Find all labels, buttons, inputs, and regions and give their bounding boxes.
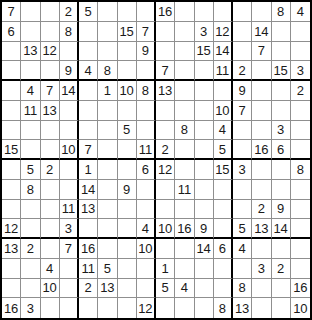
cell-r5c6[interactable]: 1 [98, 81, 117, 101]
cell-r12c9[interactable]: 10 [156, 219, 175, 239]
cell-r10c4[interactable] [60, 180, 79, 200]
cell-r12c8[interactable]: 4 [137, 219, 156, 239]
cell-r9c11[interactable] [195, 160, 214, 180]
cell-r7c10[interactable]: 8 [175, 121, 194, 141]
cell-r5c5[interactable] [79, 81, 98, 101]
cell-r9c6[interactable] [98, 160, 117, 180]
cell-r13c10[interactable] [175, 239, 194, 259]
cell-r10c8[interactable] [137, 180, 156, 200]
cell-r8c16[interactable] [291, 140, 310, 160]
cell-r5c9[interactable]: 13 [156, 81, 175, 101]
cell-r11c10[interactable] [175, 200, 194, 220]
cell-r3c15[interactable] [272, 42, 291, 62]
cell-r1c7[interactable] [118, 2, 137, 22]
cell-r11c8[interactable] [137, 200, 156, 220]
cell-r15c6[interactable]: 13 [98, 279, 117, 299]
cell-r3c13[interactable] [233, 42, 252, 62]
cell-r1c3[interactable] [41, 2, 60, 22]
cell-r10c14[interactable] [252, 180, 271, 200]
cell-r6c13[interactable]: 7 [233, 101, 252, 121]
cell-r3c10[interactable] [175, 42, 194, 62]
cell-r12c6[interactable] [98, 219, 117, 239]
cell-r6c16[interactable] [291, 101, 310, 121]
cell-r3c7[interactable] [118, 42, 137, 62]
cell-r4c3[interactable] [41, 61, 60, 81]
cell-r2c15[interactable] [272, 22, 291, 42]
cell-r13c13[interactable]: 4 [233, 239, 252, 259]
cell-r14c8[interactable] [137, 259, 156, 279]
cell-r5c15[interactable] [272, 81, 291, 101]
cell-r16c1[interactable]: 16 [2, 298, 21, 318]
cell-r14c9[interactable]: 1 [156, 259, 175, 279]
cell-r14c7[interactable] [118, 259, 137, 279]
cell-r6c2[interactable]: 11 [21, 101, 40, 121]
cell-r11c3[interactable] [41, 200, 60, 220]
cell-r1c12[interactable] [214, 2, 233, 22]
cell-r3c9[interactable] [156, 42, 175, 62]
cell-r5c16[interactable]: 2 [291, 81, 310, 101]
cell-r3c1[interactable] [2, 42, 21, 62]
cell-r4c11[interactable] [195, 61, 214, 81]
cell-r8c7[interactable] [118, 140, 137, 160]
cell-r6c7[interactable] [118, 101, 137, 121]
cell-r6c12[interactable]: 10 [214, 101, 233, 121]
cell-r6c3[interactable]: 13 [41, 101, 60, 121]
cell-r15c7[interactable] [118, 279, 137, 299]
cell-r1c13[interactable] [233, 2, 252, 22]
cell-r6c15[interactable] [272, 101, 291, 121]
cell-r10c7[interactable]: 9 [118, 180, 137, 200]
cell-r9c15[interactable] [272, 160, 291, 180]
cell-r10c9[interactable] [156, 180, 175, 200]
cell-r13c9[interactable] [156, 239, 175, 259]
cell-r1c11[interactable] [195, 2, 214, 22]
cell-r2c11[interactable]: 3 [195, 22, 214, 42]
cell-r11c5[interactable]: 13 [79, 200, 98, 220]
sudoku-board: 7251684681573121413129151479487112153471… [0, 0, 312, 320]
cell-r6c14[interactable] [252, 101, 271, 121]
cell-r10c16[interactable] [291, 180, 310, 200]
cell-r3c12[interactable]: 14 [214, 42, 233, 62]
cell-r7c7[interactable]: 5 [118, 121, 137, 141]
cell-r14c12[interactable] [214, 259, 233, 279]
cell-r4c9[interactable]: 7 [156, 61, 175, 81]
cell-r11c16[interactable] [291, 200, 310, 220]
cell-r7c9[interactable] [156, 121, 175, 141]
cell-r16c15[interactable] [272, 298, 291, 318]
cell-r14c2[interactable] [21, 259, 40, 279]
cell-r8c11[interactable] [195, 140, 214, 160]
cell-r12c1[interactable]: 12 [2, 219, 21, 239]
cell-r4c16[interactable]: 3 [291, 61, 310, 81]
cell-r1c4[interactable]: 2 [60, 2, 79, 22]
cell-r12c11[interactable]: 9 [195, 219, 214, 239]
cell-r3c11[interactable]: 15 [195, 42, 214, 62]
cell-r1c6[interactable] [98, 2, 117, 22]
cell-r10c12[interactable] [214, 180, 233, 200]
cell-r11c11[interactable] [195, 200, 214, 220]
cell-r7c6[interactable] [98, 121, 117, 141]
cell-r16c11[interactable] [195, 298, 214, 318]
cell-r15c8[interactable] [137, 279, 156, 299]
cell-r10c1[interactable] [2, 180, 21, 200]
cell-r16c12[interactable]: 8 [214, 298, 233, 318]
cell-r16c4[interactable] [60, 298, 79, 318]
cell-r11c12[interactable] [214, 200, 233, 220]
cell-r2c7[interactable]: 15 [118, 22, 137, 42]
cell-r7c4[interactable] [60, 121, 79, 141]
cell-r11c4[interactable]: 11 [60, 200, 79, 220]
cell-r8c1[interactable]: 15 [2, 140, 21, 160]
cell-r15c3[interactable]: 10 [41, 279, 60, 299]
cell-r4c2[interactable] [21, 61, 40, 81]
cell-r12c3[interactable] [41, 219, 60, 239]
cell-r16c16[interactable]: 10 [291, 298, 310, 318]
cell-r2c13[interactable] [233, 22, 252, 42]
cell-r13c8[interactable]: 10 [137, 239, 156, 259]
cell-r16c2[interactable]: 3 [21, 298, 40, 318]
cell-r12c14[interactable]: 13 [252, 219, 271, 239]
cell-r15c9[interactable]: 5 [156, 279, 175, 299]
cell-r13c5[interactable]: 16 [79, 239, 98, 259]
cell-r6c4[interactable] [60, 101, 79, 121]
cell-r4c4[interactable]: 9 [60, 61, 79, 81]
cell-r12c7[interactable] [118, 219, 137, 239]
cell-r12c15[interactable]: 14 [272, 219, 291, 239]
cell-r5c13[interactable]: 9 [233, 81, 252, 101]
cell-r9c13[interactable]: 3 [233, 160, 252, 180]
cell-r2c2[interactable] [21, 22, 40, 42]
cell-r10c2[interactable]: 8 [21, 180, 40, 200]
cell-r11c14[interactable]: 2 [252, 200, 271, 220]
cell-r10c11[interactable] [195, 180, 214, 200]
cell-r3c4[interactable] [60, 42, 79, 62]
cell-r12c12[interactable] [214, 219, 233, 239]
cell-r3c5[interactable] [79, 42, 98, 62]
cell-r13c2[interactable]: 2 [21, 239, 40, 259]
cell-r9c4[interactable] [60, 160, 79, 180]
cell-r5c4[interactable]: 14 [60, 81, 79, 101]
cell-r1c10[interactable] [175, 2, 194, 22]
cell-r1c1[interactable]: 7 [2, 2, 21, 22]
cell-r14c1[interactable] [2, 259, 21, 279]
cell-r5c12[interactable] [214, 81, 233, 101]
cell-r16c9[interactable] [156, 298, 175, 318]
cell-r13c12[interactable]: 6 [214, 239, 233, 259]
cell-r14c5[interactable]: 11 [79, 259, 98, 279]
cell-r15c13[interactable]: 8 [233, 279, 252, 299]
cell-r5c2[interactable]: 4 [21, 81, 40, 101]
cell-r2c1[interactable]: 6 [2, 22, 21, 42]
cell-r8c6[interactable] [98, 140, 117, 160]
cell-r3c6[interactable] [98, 42, 117, 62]
cell-r2c9[interactable] [156, 22, 175, 42]
cell-r4c13[interactable]: 2 [233, 61, 252, 81]
cell-r16c3[interactable] [41, 298, 60, 318]
cell-r14c10[interactable] [175, 259, 194, 279]
cell-r7c2[interactable] [21, 121, 40, 141]
cell-r13c16[interactable] [291, 239, 310, 259]
cell-r10c6[interactable] [98, 180, 117, 200]
cell-r9c2[interactable]: 5 [21, 160, 40, 180]
cell-r1c9[interactable]: 16 [156, 2, 175, 22]
cell-r13c6[interactable] [98, 239, 117, 259]
cell-r1c5[interactable]: 5 [79, 2, 98, 22]
cell-r2c10[interactable] [175, 22, 194, 42]
cell-r4c10[interactable] [175, 61, 194, 81]
cell-r12c13[interactable]: 5 [233, 219, 252, 239]
cell-r11c15[interactable]: 9 [272, 200, 291, 220]
cell-r6c11[interactable] [195, 101, 214, 121]
cell-r1c15[interactable]: 8 [272, 2, 291, 22]
cell-r2c14[interactable]: 14 [252, 22, 271, 42]
cell-r9c14[interactable] [252, 160, 271, 180]
cell-r5c7[interactable]: 10 [118, 81, 137, 101]
cell-r4c12[interactable]: 11 [214, 61, 233, 81]
cell-r7c1[interactable] [2, 121, 21, 141]
cell-r3c14[interactable]: 7 [252, 42, 271, 62]
cell-r2c4[interactable]: 8 [60, 22, 79, 42]
cell-r3c16[interactable] [291, 42, 310, 62]
cell-r9c1[interactable] [2, 160, 21, 180]
cell-r9c3[interactable]: 2 [41, 160, 60, 180]
cell-r13c15[interactable] [272, 239, 291, 259]
cell-r11c6[interactable] [98, 200, 117, 220]
cell-r6c8[interactable] [137, 101, 156, 121]
cell-r8c13[interactable] [233, 140, 252, 160]
cell-r13c11[interactable]: 14 [195, 239, 214, 259]
cell-r14c4[interactable] [60, 259, 79, 279]
cell-r10c10[interactable]: 11 [175, 180, 194, 200]
cell-r14c13[interactable] [233, 259, 252, 279]
cell-r15c16[interactable]: 16 [291, 279, 310, 299]
cell-r14c11[interactable] [195, 259, 214, 279]
cell-r15c2[interactable] [21, 279, 40, 299]
cell-r4c5[interactable]: 4 [79, 61, 98, 81]
cell-r9c10[interactable] [175, 160, 194, 180]
cell-r16c10[interactable] [175, 298, 194, 318]
cell-r8c12[interactable]: 5 [214, 140, 233, 160]
cell-r2c12[interactable]: 12 [214, 22, 233, 42]
cell-r8c15[interactable]: 6 [272, 140, 291, 160]
cell-r13c14[interactable] [252, 239, 271, 259]
cell-r4c8[interactable] [137, 61, 156, 81]
cell-r7c5[interactable] [79, 121, 98, 141]
cell-r3c3[interactable]: 12 [41, 42, 60, 62]
cell-r15c15[interactable] [272, 279, 291, 299]
cell-r1c8[interactable] [137, 2, 156, 22]
cell-r8c10[interactable] [175, 140, 194, 160]
cell-r7c13[interactable] [233, 121, 252, 141]
cell-r1c16[interactable]: 4 [291, 2, 310, 22]
cell-r16c13[interactable]: 13 [233, 298, 252, 318]
cell-r11c1[interactable] [2, 200, 21, 220]
cell-r10c15[interactable] [272, 180, 291, 200]
cell-r15c14[interactable] [252, 279, 271, 299]
cell-r2c5[interactable] [79, 22, 98, 42]
cell-r12c2[interactable] [21, 219, 40, 239]
cell-r14c16[interactable] [291, 259, 310, 279]
cell-r5c10[interactable] [175, 81, 194, 101]
cell-r7c3[interactable] [41, 121, 60, 141]
cell-r5c1[interactable] [2, 81, 21, 101]
cell-r2c3[interactable] [41, 22, 60, 42]
cell-r1c14[interactable] [252, 2, 271, 22]
cell-r13c1[interactable]: 13 [2, 239, 21, 259]
cell-r6c5[interactable] [79, 101, 98, 121]
cell-r3c8[interactable]: 9 [137, 42, 156, 62]
cell-r14c15[interactable]: 2 [272, 259, 291, 279]
cell-r6c6[interactable] [98, 101, 117, 121]
cell-r6c9[interactable] [156, 101, 175, 121]
cell-r7c8[interactable] [137, 121, 156, 141]
cell-r3c2[interactable]: 13 [21, 42, 40, 62]
cell-r10c13[interactable] [233, 180, 252, 200]
cell-r4c15[interactable]: 15 [272, 61, 291, 81]
cell-r12c4[interactable]: 3 [60, 219, 79, 239]
cell-r6c10[interactable] [175, 101, 194, 121]
cell-r15c4[interactable] [60, 279, 79, 299]
cell-r16c5[interactable] [79, 298, 98, 318]
cell-r2c6[interactable] [98, 22, 117, 42]
cell-r11c9[interactable] [156, 200, 175, 220]
cell-r14c3[interactable]: 4 [41, 259, 60, 279]
cell-r9c16[interactable]: 8 [291, 160, 310, 180]
cell-r16c7[interactable] [118, 298, 137, 318]
cell-r13c7[interactable] [118, 239, 137, 259]
cell-r7c16[interactable] [291, 121, 310, 141]
cell-r8c8[interactable]: 11 [137, 140, 156, 160]
cell-r7c12[interactable]: 4 [214, 121, 233, 141]
cell-r12c5[interactable] [79, 219, 98, 239]
cell-r5c14[interactable] [252, 81, 271, 101]
cell-r7c15[interactable]: 3 [272, 121, 291, 141]
cell-r15c1[interactable] [2, 279, 21, 299]
cell-r2c16[interactable] [291, 22, 310, 42]
cell-r15c10[interactable]: 4 [175, 279, 194, 299]
cell-r15c5[interactable]: 2 [79, 279, 98, 299]
cell-r9c5[interactable]: 1 [79, 160, 98, 180]
cell-r16c6[interactable] [98, 298, 117, 318]
cell-r8c5[interactable]: 7 [79, 140, 98, 160]
cell-r13c4[interactable]: 7 [60, 239, 79, 259]
cell-r16c8[interactable]: 12 [137, 298, 156, 318]
cell-r6c1[interactable] [2, 101, 21, 121]
cell-r1c2[interactable] [21, 2, 40, 22]
cell-r8c3[interactable] [41, 140, 60, 160]
cell-r15c11[interactable] [195, 279, 214, 299]
cell-r14c6[interactable]: 5 [98, 259, 117, 279]
cell-r4c7[interactable] [118, 61, 137, 81]
cell-r8c2[interactable] [21, 140, 40, 160]
cell-r11c13[interactable] [233, 200, 252, 220]
cell-r4c14[interactable] [252, 61, 271, 81]
cell-r9c9[interactable]: 12 [156, 160, 175, 180]
cell-r5c11[interactable] [195, 81, 214, 101]
cell-r14c14[interactable]: 3 [252, 259, 271, 279]
cell-r8c14[interactable]: 16 [252, 140, 271, 160]
cell-r8c4[interactable]: 10 [60, 140, 79, 160]
cell-r12c10[interactable]: 16 [175, 219, 194, 239]
cell-r2c8[interactable]: 7 [137, 22, 156, 42]
cell-r15c12[interactable] [214, 279, 233, 299]
cell-r9c12[interactable]: 15 [214, 160, 233, 180]
cell-r16c14[interactable] [252, 298, 271, 318]
cell-r4c6[interactable]: 8 [98, 61, 117, 81]
cell-r10c5[interactable]: 14 [79, 180, 98, 200]
cell-r5c8[interactable]: 8 [137, 81, 156, 101]
cell-r13c3[interactable] [41, 239, 60, 259]
cell-r5c3[interactable]: 7 [41, 81, 60, 101]
cell-r9c7[interactable] [118, 160, 137, 180]
cell-r11c2[interactable] [21, 200, 40, 220]
cell-r7c14[interactable] [252, 121, 271, 141]
cell-r12c16[interactable] [291, 219, 310, 239]
cell-r11c7[interactable] [118, 200, 137, 220]
cell-r10c3[interactable] [41, 180, 60, 200]
cell-r9c8[interactable]: 6 [137, 160, 156, 180]
cell-r4c1[interactable] [2, 61, 21, 81]
cell-r7c11[interactable] [195, 121, 214, 141]
cell-r8c9[interactable]: 2 [156, 140, 175, 160]
